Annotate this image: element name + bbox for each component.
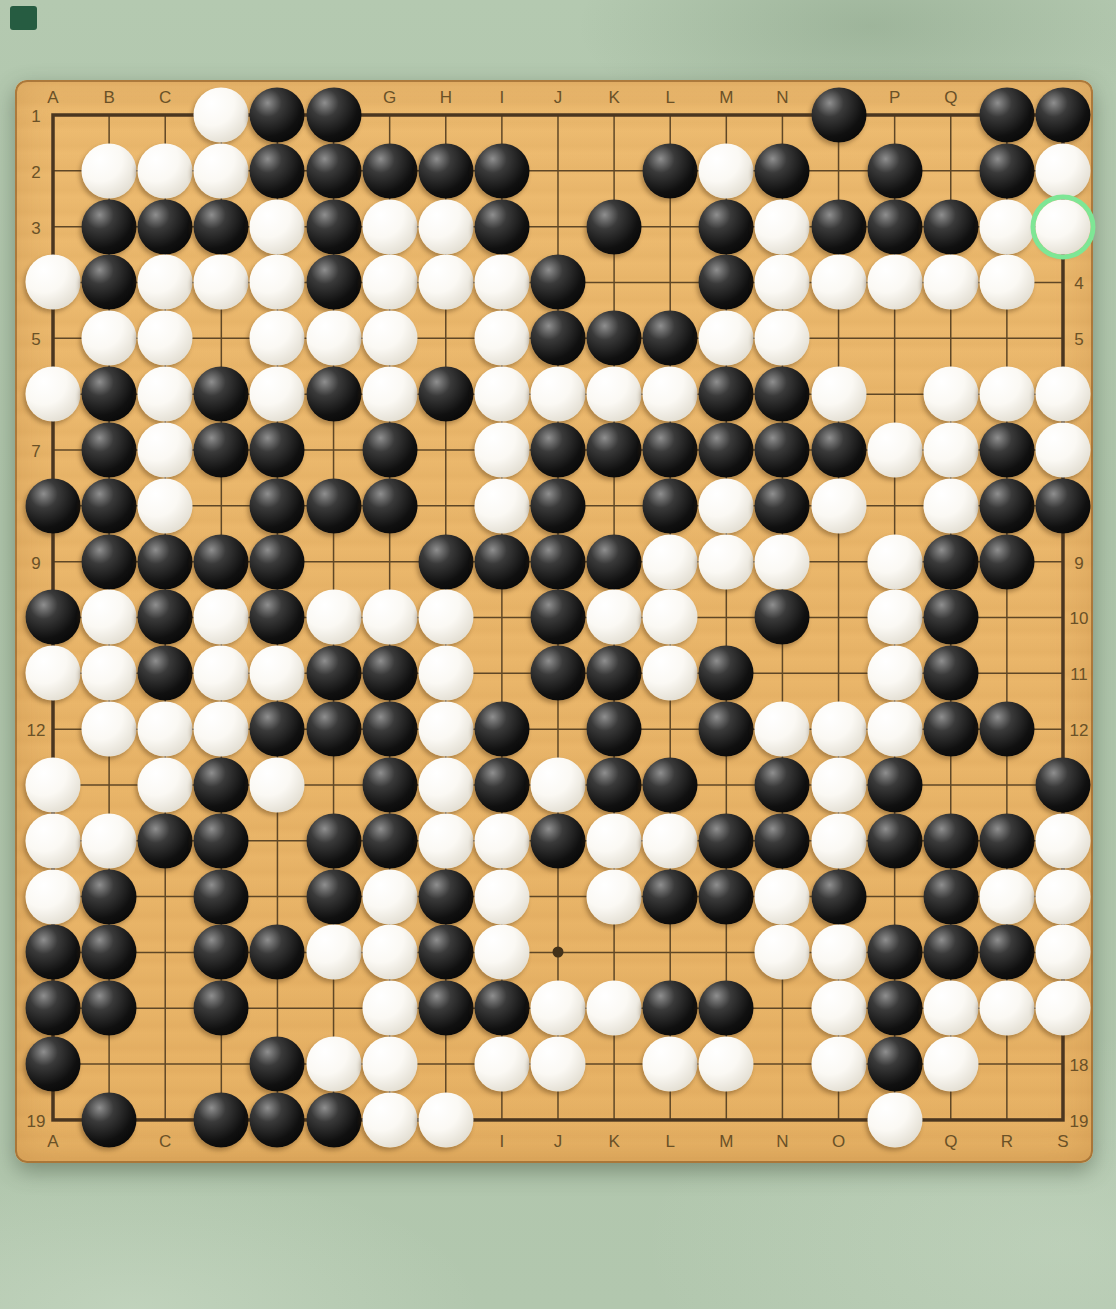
intersection-P6[interactable] (867, 366, 923, 422)
intersection-J15[interactable] (530, 869, 586, 925)
intersection-H3[interactable] (418, 199, 474, 255)
intersection-N19[interactable] (754, 1092, 810, 1148)
intersection-A18[interactable] (25, 1036, 81, 1092)
intersection-N7[interactable] (754, 422, 810, 478)
intersection-F19[interactable] (306, 1092, 362, 1148)
intersection-R13[interactable] (979, 757, 1035, 813)
intersection-D17[interactable] (193, 980, 249, 1036)
intersection-F7[interactable] (306, 422, 362, 478)
intersection-E7[interactable] (249, 422, 305, 478)
intersection-M2[interactable] (698, 143, 754, 199)
intersection-B17[interactable] (81, 980, 137, 1036)
intersection-B19[interactable] (81, 1092, 137, 1148)
intersection-B14[interactable] (81, 813, 137, 869)
intersection-O11[interactable] (811, 645, 867, 701)
intersection-G2[interactable] (362, 143, 418, 199)
intersection-P3[interactable] (867, 199, 923, 255)
intersection-N2[interactable] (754, 143, 810, 199)
intersection-G6[interactable] (362, 366, 418, 422)
intersection-R3[interactable] (979, 199, 1035, 255)
intersection-N4[interactable] (754, 254, 810, 310)
intersection-F9[interactable] (306, 534, 362, 590)
intersection-P11[interactable] (867, 645, 923, 701)
intersection-F8[interactable] (306, 478, 362, 534)
intersection-E6[interactable] (249, 366, 305, 422)
intersection-D12[interactable] (193, 701, 249, 757)
intersection-E10[interactable] (249, 589, 305, 645)
intersection-D16[interactable] (193, 924, 249, 980)
intersection-R8[interactable] (979, 478, 1035, 534)
intersection-D4[interactable] (193, 254, 249, 310)
intersection-O5[interactable] (811, 310, 867, 366)
intersection-I2[interactable] (474, 143, 530, 199)
intersection-R11[interactable] (979, 645, 1035, 701)
intersection-P1[interactable] (867, 87, 923, 143)
intersection-Q13[interactable] (923, 757, 979, 813)
intersection-N8[interactable] (754, 478, 810, 534)
intersection-M1[interactable] (698, 87, 754, 143)
intersection-R15[interactable] (979, 869, 1035, 925)
intersection-S19[interactable] (1035, 1092, 1091, 1148)
intersection-R12[interactable] (979, 701, 1035, 757)
intersection-D13[interactable] (193, 757, 249, 813)
intersection-E3[interactable] (249, 199, 305, 255)
intersection-B5[interactable] (81, 310, 137, 366)
intersection-H19[interactable] (418, 1092, 474, 1148)
intersection-J18[interactable] (530, 1036, 586, 1092)
intersection-F16[interactable] (306, 924, 362, 980)
intersection-O2[interactable] (811, 143, 867, 199)
intersection-L15[interactable] (642, 869, 698, 925)
intersection-C18[interactable] (137, 1036, 193, 1092)
intersection-J11[interactable] (530, 645, 586, 701)
intersection-H14[interactable] (418, 813, 474, 869)
intersection-I9[interactable] (474, 534, 530, 590)
intersection-Q7[interactable] (923, 422, 979, 478)
intersection-E8[interactable] (249, 478, 305, 534)
intersection-N14[interactable] (754, 813, 810, 869)
intersection-S3[interactable] (1035, 199, 1091, 255)
intersection-Q10[interactable] (923, 589, 979, 645)
intersection-E19[interactable] (249, 1092, 305, 1148)
intersection-B1[interactable] (81, 87, 137, 143)
intersection-Q14[interactable] (923, 813, 979, 869)
intersection-O18[interactable] (811, 1036, 867, 1092)
intersection-P17[interactable] (867, 980, 923, 1036)
intersection-F4[interactable] (306, 254, 362, 310)
intersection-J19[interactable] (530, 1092, 586, 1148)
intersection-S16[interactable] (1035, 924, 1091, 980)
intersection-G11[interactable] (362, 645, 418, 701)
intersection-I6[interactable] (474, 366, 530, 422)
intersection-E2[interactable] (249, 143, 305, 199)
intersection-O17[interactable] (811, 980, 867, 1036)
intersection-A9[interactable] (25, 534, 81, 590)
intersection-O6[interactable] (811, 366, 867, 422)
intersection-M5[interactable] (698, 310, 754, 366)
intersection-I13[interactable] (474, 757, 530, 813)
intersection-B10[interactable] (81, 589, 137, 645)
intersection-N15[interactable] (754, 869, 810, 925)
intersection-H18[interactable] (418, 1036, 474, 1092)
intersection-N6[interactable] (754, 366, 810, 422)
intersection-P12[interactable] (867, 701, 923, 757)
intersection-M11[interactable] (698, 645, 754, 701)
intersection-I1[interactable] (474, 87, 530, 143)
intersection-C4[interactable] (137, 254, 193, 310)
intersection-S18[interactable] (1035, 1036, 1091, 1092)
intersection-K17[interactable] (586, 980, 642, 1036)
intersection-Q11[interactable] (923, 645, 979, 701)
intersection-A8[interactable] (25, 478, 81, 534)
intersection-J1[interactable] (530, 87, 586, 143)
intersection-A10[interactable] (25, 589, 81, 645)
intersection-I8[interactable] (474, 478, 530, 534)
intersection-A12[interactable] (25, 701, 81, 757)
intersection-L7[interactable] (642, 422, 698, 478)
intersection-I5[interactable] (474, 310, 530, 366)
intersection-C16[interactable] (137, 924, 193, 980)
intersection-A16[interactable] (25, 924, 81, 980)
intersection-L3[interactable] (642, 199, 698, 255)
intersection-S8[interactable] (1035, 478, 1091, 534)
intersection-G19[interactable] (362, 1092, 418, 1148)
intersection-M8[interactable] (698, 478, 754, 534)
intersection-K14[interactable] (586, 813, 642, 869)
intersection-D14[interactable] (193, 813, 249, 869)
intersection-H5[interactable] (418, 310, 474, 366)
intersection-N17[interactable] (754, 980, 810, 1036)
intersection-N10[interactable] (754, 589, 810, 645)
intersection-D2[interactable] (193, 143, 249, 199)
intersection-H8[interactable] (418, 478, 474, 534)
intersection-O19[interactable] (811, 1092, 867, 1148)
intersection-O13[interactable] (811, 757, 867, 813)
intersection-H6[interactable] (418, 366, 474, 422)
intersection-D11[interactable] (193, 645, 249, 701)
intersection-L2[interactable] (642, 143, 698, 199)
intersection-L18[interactable] (642, 1036, 698, 1092)
intersection-O3[interactable] (811, 199, 867, 255)
intersection-A2[interactable] (25, 143, 81, 199)
intersection-G10[interactable] (362, 589, 418, 645)
intersection-L17[interactable] (642, 980, 698, 1036)
intersection-J7[interactable] (530, 422, 586, 478)
intersection-G7[interactable] (362, 422, 418, 478)
intersection-A5[interactable] (25, 310, 81, 366)
intersection-M12[interactable] (698, 701, 754, 757)
intersection-S17[interactable] (1035, 980, 1091, 1036)
intersection-K13[interactable] (586, 757, 642, 813)
intersection-J2[interactable] (530, 143, 586, 199)
intersection-F10[interactable] (306, 589, 362, 645)
intersection-D19[interactable] (193, 1092, 249, 1148)
intersection-K19[interactable] (586, 1092, 642, 1148)
intersection-F6[interactable] (306, 366, 362, 422)
intersection-F1[interactable] (306, 87, 362, 143)
intersection-R16[interactable] (979, 924, 1035, 980)
intersection-J3[interactable] (530, 199, 586, 255)
intersection-H1[interactable] (418, 87, 474, 143)
intersection-E15[interactable] (249, 869, 305, 925)
intersection-L19[interactable] (642, 1092, 698, 1148)
intersection-P14[interactable] (867, 813, 923, 869)
intersection-S13[interactable] (1035, 757, 1091, 813)
intersection-P2[interactable] (867, 143, 923, 199)
intersection-M16[interactable] (698, 924, 754, 980)
intersection-J8[interactable] (530, 478, 586, 534)
intersection-B11[interactable] (81, 645, 137, 701)
intersection-R4[interactable] (979, 254, 1035, 310)
intersection-K16[interactable] (586, 924, 642, 980)
intersection-M7[interactable] (698, 422, 754, 478)
intersection-G12[interactable] (362, 701, 418, 757)
intersection-L5[interactable] (642, 310, 698, 366)
intersection-I18[interactable] (474, 1036, 530, 1092)
intersection-R14[interactable] (979, 813, 1035, 869)
intersection-K1[interactable] (586, 87, 642, 143)
intersection-G9[interactable] (362, 534, 418, 590)
intersection-H2[interactable] (418, 143, 474, 199)
intersection-H10[interactable] (418, 589, 474, 645)
intersection-M18[interactable] (698, 1036, 754, 1092)
intersection-C2[interactable] (137, 143, 193, 199)
intersection-O16[interactable] (811, 924, 867, 980)
intersection-F13[interactable] (306, 757, 362, 813)
intersection-O1[interactable] (811, 87, 867, 143)
intersection-C9[interactable] (137, 534, 193, 590)
intersection-N1[interactable] (754, 87, 810, 143)
intersection-K3[interactable] (586, 199, 642, 255)
intersection-H7[interactable] (418, 422, 474, 478)
intersection-Q9[interactable] (923, 534, 979, 590)
intersection-F3[interactable] (306, 199, 362, 255)
intersection-F5[interactable] (306, 310, 362, 366)
intersection-E14[interactable] (249, 813, 305, 869)
intersection-C10[interactable] (137, 589, 193, 645)
intersection-S6[interactable] (1035, 366, 1091, 422)
intersection-S2[interactable] (1035, 143, 1091, 199)
intersection-L11[interactable] (642, 645, 698, 701)
intersection-D10[interactable] (193, 589, 249, 645)
intersection-L9[interactable] (642, 534, 698, 590)
intersection-A3[interactable] (25, 199, 81, 255)
intersection-K11[interactable] (586, 645, 642, 701)
intersection-K18[interactable] (586, 1036, 642, 1092)
intersection-P5[interactable] (867, 310, 923, 366)
intersection-F17[interactable] (306, 980, 362, 1036)
intersection-J10[interactable] (530, 589, 586, 645)
intersection-B18[interactable] (81, 1036, 137, 1092)
intersection-I4[interactable] (474, 254, 530, 310)
intersection-H11[interactable] (418, 645, 474, 701)
intersection-I15[interactable] (474, 869, 530, 925)
intersection-H17[interactable] (418, 980, 474, 1036)
intersection-N12[interactable] (754, 701, 810, 757)
intersection-O15[interactable] (811, 869, 867, 925)
intersection-M6[interactable] (698, 366, 754, 422)
intersection-N3[interactable] (754, 199, 810, 255)
intersection-P16[interactable] (867, 924, 923, 980)
intersection-C1[interactable] (137, 87, 193, 143)
intersection-C12[interactable] (137, 701, 193, 757)
intersection-A19[interactable] (25, 1092, 81, 1148)
intersection-H12[interactable] (418, 701, 474, 757)
intersection-Q16[interactable] (923, 924, 979, 980)
intersection-C19[interactable] (137, 1092, 193, 1148)
intersection-G16[interactable] (362, 924, 418, 980)
intersection-M3[interactable] (698, 199, 754, 255)
intersection-K6[interactable] (586, 366, 642, 422)
intersection-E18[interactable] (249, 1036, 305, 1092)
intersection-L6[interactable] (642, 366, 698, 422)
intersection-D1[interactable] (193, 87, 249, 143)
intersection-S7[interactable] (1035, 422, 1091, 478)
intersection-D7[interactable] (193, 422, 249, 478)
intersection-N5[interactable] (754, 310, 810, 366)
intersection-I7[interactable] (474, 422, 530, 478)
intersection-I10[interactable] (474, 589, 530, 645)
intersection-H9[interactable] (418, 534, 474, 590)
intersection-I14[interactable] (474, 813, 530, 869)
intersection-O12[interactable] (811, 701, 867, 757)
intersection-H16[interactable] (418, 924, 474, 980)
intersection-Q18[interactable] (923, 1036, 979, 1092)
intersection-I16[interactable] (474, 924, 530, 980)
intersection-F18[interactable] (306, 1036, 362, 1092)
intersection-M10[interactable] (698, 589, 754, 645)
intersection-O8[interactable] (811, 478, 867, 534)
intersection-D6[interactable] (193, 366, 249, 422)
intersection-G18[interactable] (362, 1036, 418, 1092)
intersection-B9[interactable] (81, 534, 137, 590)
intersection-N13[interactable] (754, 757, 810, 813)
intersection-J16[interactable] (530, 924, 586, 980)
intersection-Q6[interactable] (923, 366, 979, 422)
intersection-B8[interactable] (81, 478, 137, 534)
intersection-A7[interactable] (25, 422, 81, 478)
intersection-Q1[interactable] (923, 87, 979, 143)
intersection-C7[interactable] (137, 422, 193, 478)
intersection-C3[interactable] (137, 199, 193, 255)
intersection-A14[interactable] (25, 813, 81, 869)
intersection-A15[interactable] (25, 869, 81, 925)
intersection-R10[interactable] (979, 589, 1035, 645)
intersection-B15[interactable] (81, 869, 137, 925)
intersection-M4[interactable] (698, 254, 754, 310)
intersection-L4[interactable] (642, 254, 698, 310)
intersection-M13[interactable] (698, 757, 754, 813)
intersection-J12[interactable] (530, 701, 586, 757)
intersection-H13[interactable] (418, 757, 474, 813)
intersection-K4[interactable] (586, 254, 642, 310)
intersection-R5[interactable] (979, 310, 1035, 366)
intersection-M17[interactable] (698, 980, 754, 1036)
intersection-N11[interactable] (754, 645, 810, 701)
intersection-D8[interactable] (193, 478, 249, 534)
intersection-S10[interactable] (1035, 589, 1091, 645)
intersection-R6[interactable] (979, 366, 1035, 422)
intersection-S4[interactable] (1035, 254, 1091, 310)
intersection-R19[interactable] (979, 1092, 1035, 1148)
intersection-K5[interactable] (586, 310, 642, 366)
intersection-G5[interactable] (362, 310, 418, 366)
intersection-P13[interactable] (867, 757, 923, 813)
intersection-O9[interactable] (811, 534, 867, 590)
intersection-R1[interactable] (979, 87, 1035, 143)
intersection-R7[interactable] (979, 422, 1035, 478)
intersection-A4[interactable] (25, 254, 81, 310)
intersection-F11[interactable] (306, 645, 362, 701)
intersection-F15[interactable] (306, 869, 362, 925)
intersection-P19[interactable] (867, 1092, 923, 1148)
intersection-P18[interactable] (867, 1036, 923, 1092)
intersection-Q19[interactable] (923, 1092, 979, 1148)
intersection-I17[interactable] (474, 980, 530, 1036)
intersection-M14[interactable] (698, 813, 754, 869)
intersection-L13[interactable] (642, 757, 698, 813)
intersection-O7[interactable] (811, 422, 867, 478)
intersection-L10[interactable] (642, 589, 698, 645)
intersection-K2[interactable] (586, 143, 642, 199)
intersection-E1[interactable] (249, 87, 305, 143)
intersection-S5[interactable] (1035, 310, 1091, 366)
intersection-F14[interactable] (306, 813, 362, 869)
intersection-C14[interactable] (137, 813, 193, 869)
intersection-L16[interactable] (642, 924, 698, 980)
intersection-J5[interactable] (530, 310, 586, 366)
intersection-Q8[interactable] (923, 478, 979, 534)
intersection-N16[interactable] (754, 924, 810, 980)
intersection-P15[interactable] (867, 869, 923, 925)
intersection-E12[interactable] (249, 701, 305, 757)
intersection-P8[interactable] (867, 478, 923, 534)
intersection-L12[interactable] (642, 701, 698, 757)
intersection-M9[interactable] (698, 534, 754, 590)
intersection-A13[interactable] (25, 757, 81, 813)
intersection-C15[interactable] (137, 869, 193, 925)
intersection-P4[interactable] (867, 254, 923, 310)
intersection-G3[interactable] (362, 199, 418, 255)
intersection-D18[interactable] (193, 1036, 249, 1092)
intersection-E5[interactable] (249, 310, 305, 366)
intersection-O10[interactable] (811, 589, 867, 645)
intersection-G17[interactable] (362, 980, 418, 1036)
intersection-J6[interactable] (530, 366, 586, 422)
intersection-J4[interactable] (530, 254, 586, 310)
intersection-F2[interactable] (306, 143, 362, 199)
intersection-F12[interactable] (306, 701, 362, 757)
intersection-B4[interactable] (81, 254, 137, 310)
intersection-G4[interactable] (362, 254, 418, 310)
intersection-S11[interactable] (1035, 645, 1091, 701)
intersection-D3[interactable] (193, 199, 249, 255)
intersection-N18[interactable] (754, 1036, 810, 1092)
intersection-P9[interactable] (867, 534, 923, 590)
intersection-L1[interactable] (642, 87, 698, 143)
intersection-P10[interactable] (867, 589, 923, 645)
intersection-J9[interactable] (530, 534, 586, 590)
intersection-B7[interactable] (81, 422, 137, 478)
intersection-Q5[interactable] (923, 310, 979, 366)
intersection-K10[interactable] (586, 589, 642, 645)
intersection-C5[interactable] (137, 310, 193, 366)
intersection-A1[interactable] (25, 87, 81, 143)
intersection-B13[interactable] (81, 757, 137, 813)
intersection-B2[interactable] (81, 143, 137, 199)
intersection-G1[interactable] (362, 87, 418, 143)
intersection-B6[interactable] (81, 366, 137, 422)
